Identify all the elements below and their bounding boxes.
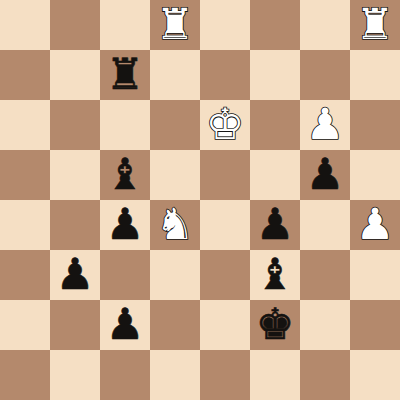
- square-a5[interactable]: [0, 150, 50, 200]
- black-bishop-piece[interactable]: ♝: [106, 153, 145, 196]
- square-b7[interactable]: [50, 50, 100, 100]
- square-c4[interactable]: ♟: [100, 200, 150, 250]
- square-f7[interactable]: [250, 50, 300, 100]
- square-e6[interactable]: ♚: [200, 100, 250, 150]
- square-h1[interactable]: [350, 350, 400, 400]
- square-h3[interactable]: [350, 250, 400, 300]
- black-rook-piece[interactable]: ♜: [106, 53, 145, 96]
- square-h6[interactable]: [350, 100, 400, 150]
- square-a8[interactable]: [0, 0, 50, 50]
- square-d3[interactable]: [150, 250, 200, 300]
- black-pawn-piece[interactable]: ♟: [256, 203, 295, 246]
- square-h7[interactable]: [350, 50, 400, 100]
- square-g8[interactable]: [300, 0, 350, 50]
- square-f4[interactable]: ♟: [250, 200, 300, 250]
- square-e4[interactable]: [200, 200, 250, 250]
- black-king-piece[interactable]: ♚: [256, 303, 295, 346]
- square-b8[interactable]: [50, 0, 100, 50]
- square-d7[interactable]: [150, 50, 200, 100]
- square-e8[interactable]: [200, 0, 250, 50]
- square-a7[interactable]: [0, 50, 50, 100]
- black-pawn-piece[interactable]: ♟: [306, 153, 345, 196]
- square-d6[interactable]: [150, 100, 200, 150]
- square-g5[interactable]: ♟: [300, 150, 350, 200]
- white-pawn-piece[interactable]: ♟: [306, 103, 345, 146]
- square-a4[interactable]: [0, 200, 50, 250]
- square-a1[interactable]: [0, 350, 50, 400]
- white-rook-piece[interactable]: ♜: [156, 3, 195, 46]
- white-rook-piece[interactable]: ♜: [356, 3, 395, 46]
- square-c8[interactable]: [100, 0, 150, 50]
- square-b3[interactable]: ♟: [50, 250, 100, 300]
- black-bishop-piece[interactable]: ♝: [256, 253, 295, 296]
- square-b1[interactable]: [50, 350, 100, 400]
- white-pawn-piece[interactable]: ♟: [356, 203, 395, 246]
- white-knight-piece[interactable]: ♞: [156, 203, 195, 246]
- black-pawn-piece[interactable]: ♟: [56, 253, 95, 296]
- square-e5[interactable]: [200, 150, 250, 200]
- square-g6[interactable]: ♟: [300, 100, 350, 150]
- square-g3[interactable]: [300, 250, 350, 300]
- square-e7[interactable]: [200, 50, 250, 100]
- square-a2[interactable]: [0, 300, 50, 350]
- white-king-piece[interactable]: ♚: [206, 103, 245, 146]
- square-g4[interactable]: [300, 200, 350, 250]
- square-d8[interactable]: ♜: [150, 0, 200, 50]
- black-pawn-piece[interactable]: ♟: [106, 303, 145, 346]
- square-a6[interactable]: [0, 100, 50, 150]
- square-f8[interactable]: [250, 0, 300, 50]
- square-h4[interactable]: ♟: [350, 200, 400, 250]
- square-c5[interactable]: ♝: [100, 150, 150, 200]
- square-d1[interactable]: [150, 350, 200, 400]
- square-g7[interactable]: [300, 50, 350, 100]
- square-d5[interactable]: [150, 150, 200, 200]
- square-f5[interactable]: [250, 150, 300, 200]
- square-b6[interactable]: [50, 100, 100, 150]
- square-h2[interactable]: [350, 300, 400, 350]
- square-b2[interactable]: [50, 300, 100, 350]
- black-pawn-piece[interactable]: ♟: [106, 203, 145, 246]
- square-h5[interactable]: [350, 150, 400, 200]
- square-c1[interactable]: [100, 350, 150, 400]
- square-d2[interactable]: [150, 300, 200, 350]
- square-d4[interactable]: ♞: [150, 200, 200, 250]
- square-g2[interactable]: [300, 300, 350, 350]
- square-f1[interactable]: [250, 350, 300, 400]
- square-a3[interactable]: [0, 250, 50, 300]
- square-c6[interactable]: [100, 100, 150, 150]
- square-f3[interactable]: ♝: [250, 250, 300, 300]
- square-b4[interactable]: [50, 200, 100, 250]
- square-e1[interactable]: [200, 350, 250, 400]
- square-c2[interactable]: ♟: [100, 300, 150, 350]
- square-e2[interactable]: [200, 300, 250, 350]
- square-f6[interactable]: [250, 100, 300, 150]
- square-g1[interactable]: [300, 350, 350, 400]
- square-f2[interactable]: ♚: [250, 300, 300, 350]
- square-e3[interactable]: [200, 250, 250, 300]
- square-b5[interactable]: [50, 150, 100, 200]
- square-h8[interactable]: ♜: [350, 0, 400, 50]
- chess-board: ♜♜♜♚♟♝♟♟♞♟♟♟♝♟♚: [0, 0, 400, 400]
- square-c3[interactable]: [100, 250, 150, 300]
- square-c7[interactable]: ♜: [100, 50, 150, 100]
